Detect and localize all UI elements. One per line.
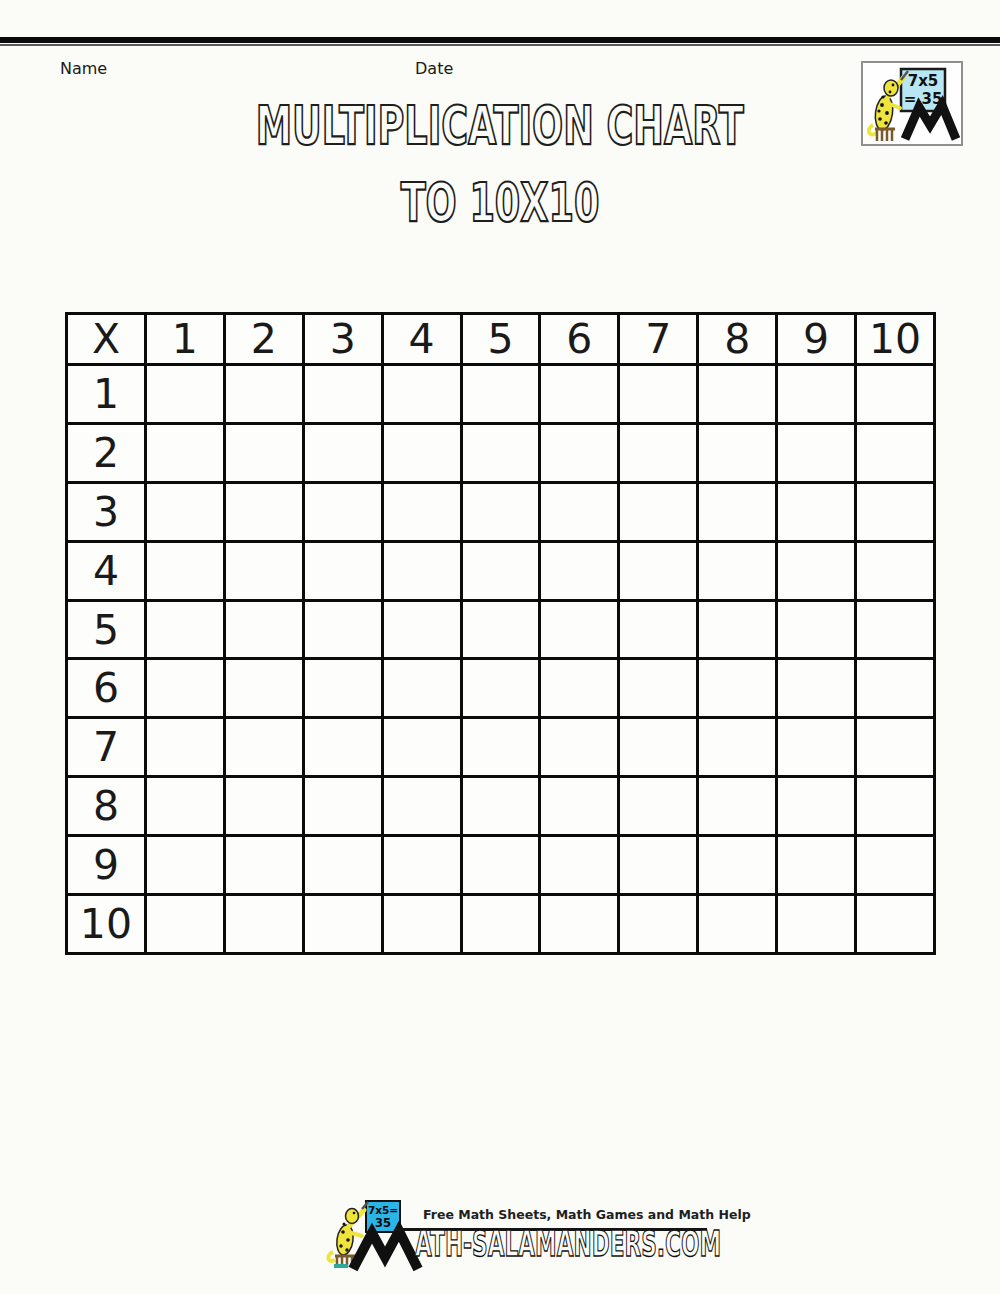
answer-cell-1x8[interactable] — [698, 365, 777, 424]
answer-cell-3x8[interactable] — [698, 482, 777, 541]
answer-cell-10x10[interactable] — [856, 895, 935, 954]
worksheet-page: Name Date 7x5 = 35 — [0, 0, 1000, 1294]
answer-cell-7x4[interactable] — [382, 718, 461, 777]
answer-cell-5x7[interactable] — [619, 600, 698, 659]
answer-cell-8x5[interactable] — [461, 777, 540, 836]
answer-cell-6x4[interactable] — [382, 659, 461, 718]
answer-cell-3x3[interactable] — [303, 482, 382, 541]
answer-cell-2x4[interactable] — [382, 423, 461, 482]
answer-cell-1x1[interactable] — [145, 365, 224, 424]
footer-tagline: Free Math Sheets, Math Games and Math He… — [423, 1207, 713, 1222]
answer-cell-5x2[interactable] — [224, 600, 303, 659]
answer-cell-4x7[interactable] — [619, 541, 698, 600]
answer-cell-4x9[interactable] — [777, 541, 856, 600]
answer-cell-9x1[interactable] — [145, 836, 224, 895]
answer-cell-8x10[interactable] — [856, 777, 935, 836]
answer-cell-2x2[interactable] — [224, 423, 303, 482]
answer-cell-8x4[interactable] — [382, 777, 461, 836]
answer-cell-9x9[interactable] — [777, 836, 856, 895]
answer-cell-10x5[interactable] — [461, 895, 540, 954]
footer-board-equation-bottom: 35 — [375, 1216, 391, 1230]
answer-cell-7x8[interactable] — [698, 718, 777, 777]
answer-cell-2x7[interactable] — [619, 423, 698, 482]
column-header-8: 8 — [698, 314, 777, 365]
answer-cell-10x7[interactable] — [619, 895, 698, 954]
answer-cell-6x3[interactable] — [303, 659, 382, 718]
answer-cell-2x10[interactable] — [856, 423, 935, 482]
row-header-4: 4 — [67, 541, 146, 600]
answer-cell-2x8[interactable] — [698, 423, 777, 482]
answer-cell-4x4[interactable] — [382, 541, 461, 600]
answer-cell-10x4[interactable] — [382, 895, 461, 954]
row-header-6: 6 — [67, 659, 146, 718]
answer-cell-7x3[interactable] — [303, 718, 382, 777]
answer-cell-10x9[interactable] — [777, 895, 856, 954]
column-header-9: 9 — [777, 314, 856, 365]
answer-cell-9x5[interactable] — [461, 836, 540, 895]
answer-cell-4x6[interactable] — [540, 541, 619, 600]
answer-cell-6x7[interactable] — [619, 659, 698, 718]
answer-cell-10x6[interactable] — [540, 895, 619, 954]
answer-cell-10x1[interactable] — [145, 895, 224, 954]
answer-cell-3x1[interactable] — [145, 482, 224, 541]
answer-cell-5x3[interactable] — [303, 600, 382, 659]
answer-cell-1x10[interactable] — [856, 365, 935, 424]
row-header-8: 8 — [67, 777, 146, 836]
answer-cell-3x6[interactable] — [540, 482, 619, 541]
answer-cell-4x1[interactable] — [145, 541, 224, 600]
answer-cell-5x4[interactable] — [382, 600, 461, 659]
answer-cell-2x5[interactable] — [461, 423, 540, 482]
column-header-3: 3 — [303, 314, 382, 365]
answer-cell-1x9[interactable] — [777, 365, 856, 424]
answer-cell-6x1[interactable] — [145, 659, 224, 718]
answer-cell-4x8[interactable] — [698, 541, 777, 600]
answer-cell-4x5[interactable] — [461, 541, 540, 600]
answer-cell-1x3[interactable] — [303, 365, 382, 424]
column-header-1: 1 — [145, 314, 224, 365]
answer-cell-2x6[interactable] — [540, 423, 619, 482]
answer-cell-9x6[interactable] — [540, 836, 619, 895]
answer-cell-1x4[interactable] — [382, 365, 461, 424]
answer-cell-4x2[interactable] — [224, 541, 303, 600]
answer-cell-8x3[interactable] — [303, 777, 382, 836]
answer-cell-8x1[interactable] — [145, 777, 224, 836]
answer-cell-5x1[interactable] — [145, 600, 224, 659]
footer-board-equation-top: 7x5= — [368, 1204, 398, 1216]
column-header-2: 2 — [224, 314, 303, 365]
answer-cell-10x2[interactable] — [224, 895, 303, 954]
answer-cell-7x10[interactable] — [856, 718, 935, 777]
answer-cell-3x10[interactable] — [856, 482, 935, 541]
answer-cell-9x8[interactable] — [698, 836, 777, 895]
answer-cell-8x8[interactable] — [698, 777, 777, 836]
column-header-4: 4 — [382, 314, 461, 365]
answer-cell-6x6[interactable] — [540, 659, 619, 718]
answer-cell-7x9[interactable] — [777, 718, 856, 777]
column-header-7: 7 — [619, 314, 698, 365]
answer-cell-4x10[interactable] — [856, 541, 935, 600]
answer-cell-7x7[interactable] — [619, 718, 698, 777]
top-double-rule — [0, 37, 1000, 46]
row-header-3: 3 — [67, 482, 146, 541]
answer-cell-10x8[interactable] — [698, 895, 777, 954]
answer-cell-3x7[interactable] — [619, 482, 698, 541]
footer-logo-block: 7x5= 35 Free Ma — [325, 1200, 720, 1280]
answer-cell-5x8[interactable] — [698, 600, 777, 659]
answer-cell-7x1[interactable] — [145, 718, 224, 777]
answer-cell-5x9[interactable] — [777, 600, 856, 659]
answer-cell-5x6[interactable] — [540, 600, 619, 659]
answer-cell-2x1[interactable] — [145, 423, 224, 482]
row-header-9: 9 — [67, 836, 146, 895]
answer-cell-5x5[interactable] — [461, 600, 540, 659]
multiplication-grid: X1234567891012345678910 — [65, 312, 936, 955]
answer-cell-10x3[interactable] — [303, 895, 382, 954]
answer-cell-2x3[interactable] — [303, 423, 382, 482]
grid-corner-cell: X — [67, 314, 146, 365]
answer-cell-1x5[interactable] — [461, 365, 540, 424]
answer-cell-1x6[interactable] — [540, 365, 619, 424]
answer-cell-3x5[interactable] — [461, 482, 540, 541]
row-header-5: 5 — [67, 600, 146, 659]
page-title-line1: MULTIPLICATION CHART — [0, 99, 1000, 152]
answer-cell-3x2[interactable] — [224, 482, 303, 541]
answer-cell-9x2[interactable] — [224, 836, 303, 895]
answer-cell-9x7[interactable] — [619, 836, 698, 895]
column-header-10: 10 — [856, 314, 935, 365]
row-header-1: 1 — [67, 365, 146, 424]
date-label: Date — [415, 59, 453, 78]
answer-cell-6x9[interactable] — [777, 659, 856, 718]
page-title-line2: TO 10X10 — [0, 176, 1000, 229]
top-rule-thin-line — [0, 44, 1000, 46]
name-label: Name — [60, 59, 107, 78]
row-header-2: 2 — [67, 423, 146, 482]
row-header-10: 10 — [67, 895, 146, 954]
answer-cell-6x8[interactable] — [698, 659, 777, 718]
footer-salamander-logo-icon: 7x5= 35 — [325, 1200, 425, 1278]
answer-cell-5x10[interactable] — [856, 600, 935, 659]
answer-cell-6x2[interactable] — [224, 659, 303, 718]
answer-cell-8x7[interactable] — [619, 777, 698, 836]
column-header-5: 5 — [461, 314, 540, 365]
title-text-line2: TO 10X10 — [401, 176, 600, 229]
answer-cell-9x10[interactable] — [856, 836, 935, 895]
answer-cell-9x4[interactable] — [382, 836, 461, 895]
answer-cell-3x4[interactable] — [382, 482, 461, 541]
row-header-7: 7 — [67, 718, 146, 777]
answer-cell-4x3[interactable] — [303, 541, 382, 600]
answer-cell-3x9[interactable] — [777, 482, 856, 541]
chalkboard-equation-top: 7x5 — [908, 72, 939, 90]
answer-cell-7x2[interactable] — [224, 718, 303, 777]
answer-cell-8x6[interactable] — [540, 777, 619, 836]
title-text-line1: MULTIPLICATION CHART — [256, 99, 744, 152]
column-header-6: 6 — [540, 314, 619, 365]
answer-cell-6x5[interactable] — [461, 659, 540, 718]
answer-cell-1x7[interactable] — [619, 365, 698, 424]
answer-cell-8x9[interactable] — [777, 777, 856, 836]
answer-cell-9x3[interactable] — [303, 836, 382, 895]
answer-cell-8x2[interactable] — [224, 777, 303, 836]
answer-cell-7x6[interactable] — [540, 718, 619, 777]
answer-cell-6x10[interactable] — [856, 659, 935, 718]
answer-cell-7x5[interactable] — [461, 718, 540, 777]
footer-logo-text: ATH-SALAMANDERS.COM — [415, 1227, 721, 1262]
answer-cell-1x2[interactable] — [224, 365, 303, 424]
answer-cell-2x9[interactable] — [777, 423, 856, 482]
